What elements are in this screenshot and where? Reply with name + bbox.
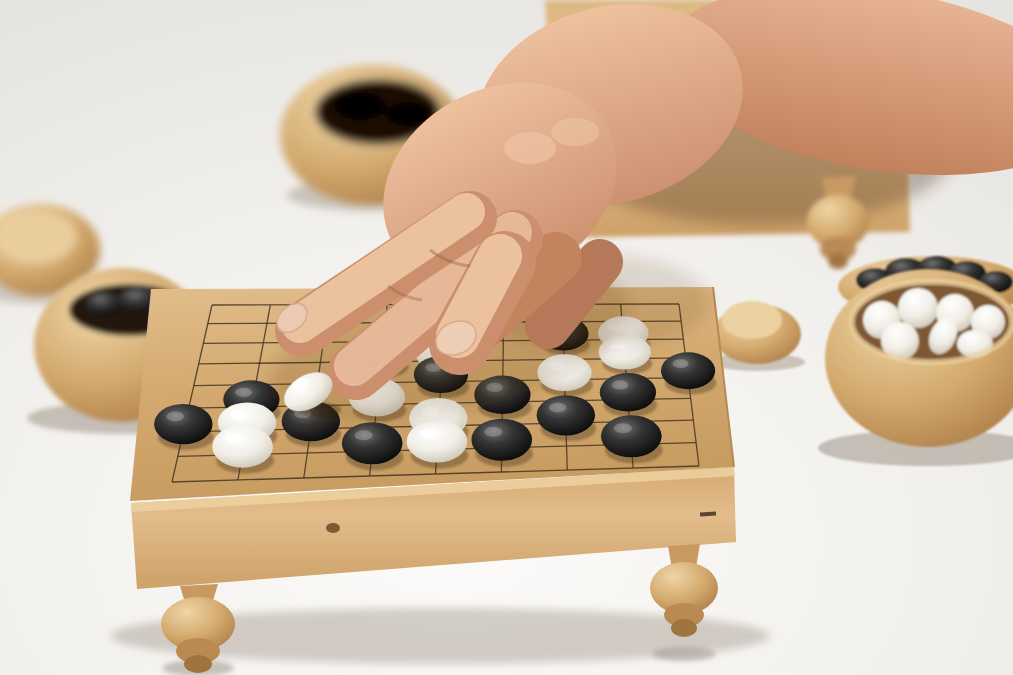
stone-black-a7	[154, 404, 212, 444]
scene-canvas	[0, 0, 1013, 675]
black-stones-in-bowl	[334, 92, 386, 120]
stone-white-e8	[407, 420, 468, 462]
black-stones-in-left-bowl	[85, 292, 125, 316]
photo-scene-go-game	[0, 0, 1013, 675]
stone-white-b8	[212, 426, 273, 468]
stone-black-i5	[661, 352, 715, 389]
wood-knot	[326, 523, 340, 533]
stone-black-h8	[601, 415, 662, 457]
stone-black-g7	[537, 395, 595, 435]
stone-black-d8	[342, 422, 403, 464]
stone-black-f8	[471, 419, 532, 461]
stone-black-h6	[600, 373, 656, 412]
